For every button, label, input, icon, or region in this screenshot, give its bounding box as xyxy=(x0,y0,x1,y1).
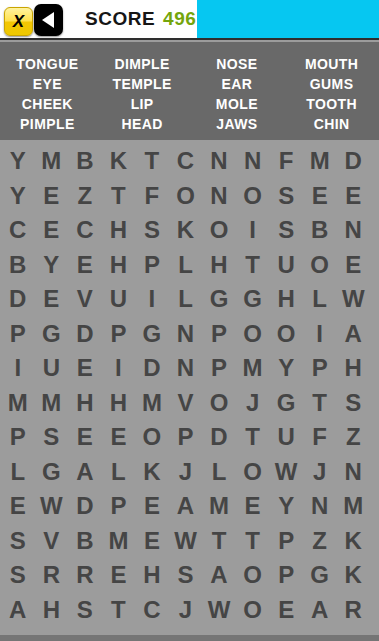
grid-cell-r9c10[interactable]: F xyxy=(303,420,337,455)
grid-cell-r4c2[interactable]: Y xyxy=(35,248,69,283)
grid-cell-r1c9[interactable]: F xyxy=(269,144,303,179)
grid-cell-r10c5[interactable]: K xyxy=(135,455,169,490)
grid-cell-r7c3[interactable]: E xyxy=(68,351,102,386)
grid-cell-r14c9[interactable]: E xyxy=(269,593,303,628)
grid-cell-r11c11[interactable]: M xyxy=(336,489,370,524)
grid-cell-r13c5[interactable]: H xyxy=(135,558,169,593)
grid-cell-r13c4[interactable]: E xyxy=(102,558,136,593)
grid-cell-r2c11[interactable]: E xyxy=(336,179,370,214)
word-cheek: CHEEK xyxy=(22,96,73,112)
grid-cell-r11c9[interactable]: Y xyxy=(269,489,303,524)
grid-cell-r9c6[interactable]: P xyxy=(169,420,203,455)
grid-cell-r14c3[interactable]: S xyxy=(68,593,102,628)
grid-cell-r2c1[interactable]: Y xyxy=(1,179,35,214)
grid-cell-r6c10[interactable]: I xyxy=(303,317,337,352)
grid-cell-r8c5[interactable]: M xyxy=(135,386,169,421)
grid-cell-r11c1[interactable]: E xyxy=(1,489,35,524)
grid-cell-r3c5[interactable]: S xyxy=(135,213,169,248)
grid-cell-r6c3[interactable]: D xyxy=(68,317,102,352)
grid-cell-r13c11[interactable]: K xyxy=(336,558,370,593)
grid-cell-r10c2[interactable]: G xyxy=(35,455,69,490)
grid-cell-r8c4[interactable]: H xyxy=(102,386,136,421)
word-mouth: MOUTH xyxy=(305,56,358,72)
word-ear: EAR xyxy=(221,76,252,92)
word-mole: MOLE xyxy=(216,96,258,112)
grid-cell-r9c2[interactable]: S xyxy=(35,420,69,455)
grid-cell-r14c1[interactable]: A xyxy=(1,593,35,628)
grid-cell-r9c3[interactable]: E xyxy=(68,420,102,455)
grid-cell-r7c6[interactable]: N xyxy=(169,351,203,386)
grid-cell-r7c1[interactable]: I xyxy=(1,351,35,386)
grid-cell-r7c10[interactable]: P xyxy=(303,351,337,386)
grid-cell-r5c10[interactable]: L xyxy=(303,282,337,317)
grid-cell-r6c1[interactable]: P xyxy=(1,317,35,352)
score: SCORE 496 xyxy=(85,0,196,38)
grid-cell-r9c7[interactable]: D xyxy=(202,420,236,455)
word-chin: CHIN xyxy=(314,116,350,132)
grid-cell-r12c11[interactable]: K xyxy=(336,524,370,559)
grid-cell-r6c5[interactable]: G xyxy=(135,317,169,352)
grid-cell-r4c8[interactable]: T xyxy=(236,248,270,283)
grid-cell-r1c1[interactable]: Y xyxy=(1,144,35,179)
grid-cell-r4c6[interactable]: L xyxy=(169,248,203,283)
grid-cell-r6c8[interactable]: O xyxy=(236,317,270,352)
grid-cell-r6c2[interactable]: G xyxy=(35,317,69,352)
grid-cell-r6c9[interactable]: O xyxy=(269,317,303,352)
grid-cell-r14c7[interactable]: W xyxy=(202,593,236,628)
grid-cell-r12c9[interactable]: P xyxy=(269,524,303,559)
grid-cell-r5c1[interactable]: D xyxy=(1,282,35,317)
grid-cell-r12c10[interactable]: Z xyxy=(303,524,337,559)
grid-cell-r12c1[interactable]: S xyxy=(1,524,35,559)
grid-cell-r2c2[interactable]: E xyxy=(35,179,69,214)
grid-cell-r4c3[interactable]: E xyxy=(68,248,102,283)
grid-cell-r13c1[interactable]: S xyxy=(1,558,35,593)
grid-cell-r8c2[interactable]: M xyxy=(35,386,69,421)
grid-cell-r3c1[interactable]: C xyxy=(1,213,35,248)
grid-cell-r3c9[interactable]: S xyxy=(269,213,303,248)
grid-cell-r13c6[interactable]: S xyxy=(169,558,203,593)
word-dimple: DIMPLE xyxy=(114,56,169,72)
grid-cell-r3c3[interactable]: C xyxy=(68,213,102,248)
grid-cell-r11c5[interactable]: E xyxy=(135,489,169,524)
grid-cell-r11c7[interactable]: M xyxy=(202,489,236,524)
grid-cell-r11c3[interactable]: D xyxy=(68,489,102,524)
word-gums: GUMS xyxy=(310,76,354,92)
word-tongue: TONGUE xyxy=(16,56,78,72)
grid-cell-r6c6[interactable]: N xyxy=(169,317,203,352)
grid-cell-r8c10[interactable]: T xyxy=(303,386,337,421)
grid-cell-r12c2[interactable]: V xyxy=(35,524,69,559)
grid-cell-r8c1[interactable]: M xyxy=(1,386,35,421)
grid-cell-r7c9[interactable]: Y xyxy=(269,351,303,386)
grid-cell-r2c4[interactable]: T xyxy=(102,179,136,214)
word-eye: EYE xyxy=(33,76,62,92)
grid-cell-r10c9[interactable]: W xyxy=(269,455,303,490)
grid-cell-r11c8[interactable]: E xyxy=(236,489,270,524)
grid-cell-r12c8[interactable]: T xyxy=(236,524,270,559)
grid-cell-r6c4[interactable]: P xyxy=(102,317,136,352)
grid-cell-r14c11[interactable]: R xyxy=(336,593,370,628)
grid-cell-r3c8[interactable]: I xyxy=(236,213,270,248)
score-label: SCORE xyxy=(85,8,155,30)
grid-cell-r6c7[interactable]: P xyxy=(202,317,236,352)
title-bar: X SCORE 496 xyxy=(0,0,379,40)
word-jaws: JAWS xyxy=(216,116,257,132)
grid-cell-r3c6[interactable]: K xyxy=(169,213,203,248)
grid-cell-r1c6[interactable]: C xyxy=(169,144,203,179)
word-temple: TEMPLE xyxy=(113,76,172,92)
grid-cell-r5c5[interactable]: I xyxy=(135,282,169,317)
grid-cell-r4c11[interactable]: E xyxy=(336,248,370,283)
grid-cell-r5c2[interactable]: E xyxy=(35,282,69,317)
grid-cell-r13c9[interactable]: P xyxy=(269,558,303,593)
grid-cell-r12c5[interactable]: E xyxy=(135,524,169,559)
grid-cell-r5c8[interactable]: G xyxy=(236,282,270,317)
grid-cell-r6c11[interactable]: A xyxy=(336,317,370,352)
grid-cell-r10c11[interactable]: N xyxy=(336,455,370,490)
grid-cell-r3c4[interactable]: H xyxy=(102,213,136,248)
grid-cell-r14c8[interactable]: O xyxy=(236,593,270,628)
score-value: 496 xyxy=(163,8,196,30)
grid-cell-r11c6[interactable]: A xyxy=(169,489,203,524)
grid-cell-r9c5[interactable]: O xyxy=(135,420,169,455)
grid-cell-r5c4[interactable]: U xyxy=(102,282,136,317)
grid-cell-r2c9[interactable]: S xyxy=(269,179,303,214)
grid-cell-r3c11[interactable]: N xyxy=(336,213,370,248)
grid-cell-r7c8[interactable]: M xyxy=(236,351,270,386)
sound-button[interactable] xyxy=(34,4,63,36)
word-nose: NOSE xyxy=(216,56,257,72)
word-list-panel: TONGUEDIMPLENOSEMOUTHEYETEMPLEEARGUMSCHE… xyxy=(0,42,379,140)
grid-cell-r13c8[interactable]: O xyxy=(236,558,270,593)
grid-cell-r4c9[interactable]: U xyxy=(269,248,303,283)
grid-cell-r14c2[interactable]: H xyxy=(35,593,69,628)
grid-cell-r7c7[interactable]: P xyxy=(202,351,236,386)
grid-cell-r9c8[interactable]: T xyxy=(236,420,270,455)
grid-cell-r5c3[interactable]: V xyxy=(68,282,102,317)
close-icon: X xyxy=(13,12,24,32)
grid-cell-r1c10[interactable]: M xyxy=(303,144,337,179)
grid-cell-r2c7[interactable]: N xyxy=(202,179,236,214)
grid-cell-r4c4[interactable]: H xyxy=(102,248,136,283)
grid-cell-r5c11[interactable]: W xyxy=(336,282,370,317)
grid-cell-r7c5[interactable]: D xyxy=(135,351,169,386)
grid-cell-r4c7[interactable]: H xyxy=(202,248,236,283)
grid-cell-r8c3[interactable]: H xyxy=(68,386,102,421)
grid-cell-r8c7[interactable]: O xyxy=(202,386,236,421)
grid-cell-r4c5[interactable]: P xyxy=(135,248,169,283)
grid-cell-r7c2[interactable]: U xyxy=(35,351,69,386)
grid-cell-r12c7[interactable]: T xyxy=(202,524,236,559)
grid-cell-r8c6[interactable]: V xyxy=(169,386,203,421)
grid-cell-r1c5[interactable]: T xyxy=(135,144,169,179)
grid-cell-r2c5[interactable]: F xyxy=(135,179,169,214)
grid-cell-r3c10[interactable]: B xyxy=(303,213,337,248)
grid-cell-r2c10[interactable]: E xyxy=(303,179,337,214)
grid-cell-r9c11[interactable]: Z xyxy=(336,420,370,455)
grid-cell-r5c6[interactable]: L xyxy=(169,282,203,317)
grid-cell-r10c10[interactable]: J xyxy=(303,455,337,490)
grid-cell-r5c7[interactable]: G xyxy=(202,282,236,317)
grid-cell-r8c11[interactable]: S xyxy=(336,386,370,421)
speaker-icon xyxy=(42,12,54,28)
grid-cell-r9c4[interactable]: E xyxy=(102,420,136,455)
word-search-app: X SCORE 496 TONGUEDIMPLENOSEMOUTHEYETEMP… xyxy=(0,0,379,641)
grid-cell-r13c3[interactable]: R xyxy=(68,558,102,593)
grid-cell-r4c1[interactable]: B xyxy=(1,248,35,283)
grid-cell-r8c8[interactable]: J xyxy=(236,386,270,421)
grid-cell-r10c4[interactable]: L xyxy=(102,455,136,490)
grid-cell-r10c1[interactable]: L xyxy=(1,455,35,490)
grid-cell-r2c3[interactable]: Z xyxy=(68,179,102,214)
grid-cell-r1c8[interactable]: N xyxy=(236,144,270,179)
grid-cell-r10c6[interactable]: J xyxy=(169,455,203,490)
grid-cell-r12c3[interactable]: B xyxy=(68,524,102,559)
grid-cell-r13c10[interactable]: G xyxy=(303,558,337,593)
grid-cell-r14c5[interactable]: C xyxy=(135,593,169,628)
grid-cell-r9c1[interactable]: P xyxy=(1,420,35,455)
grid-cell-r14c4[interactable]: T xyxy=(102,593,136,628)
grid-cell-r3c2[interactable]: E xyxy=(35,213,69,248)
grid-cell-r13c7[interactable]: A xyxy=(202,558,236,593)
grid-cell-r5c9[interactable]: H xyxy=(269,282,303,317)
grid-cell-r11c10[interactable]: N xyxy=(303,489,337,524)
grid-cell-r12c6[interactable]: W xyxy=(169,524,203,559)
grid-cell-r13c2[interactable]: R xyxy=(35,558,69,593)
letter-grid: YMBKTCNNFMDYEZTFONOSEECECHSKOISBNBYEHPLH… xyxy=(0,140,379,641)
word-tooth: TOOTH xyxy=(306,96,357,112)
bottom-strip xyxy=(0,635,379,641)
word-pimple: PIMPLE xyxy=(20,116,75,132)
close-button[interactable]: X xyxy=(4,7,33,36)
grid-cell-r1c2[interactable]: M xyxy=(35,144,69,179)
grid-cell-r14c6[interactable]: J xyxy=(169,593,203,628)
grid-cell-r1c3[interactable]: B xyxy=(68,144,102,179)
word-head: HEAD xyxy=(121,116,162,132)
word-lip: LIP xyxy=(131,96,154,112)
grid-cell-r11c4[interactable]: P xyxy=(102,489,136,524)
grid-cell-r10c7[interactable]: L xyxy=(202,455,236,490)
grid-cell-r12c4[interactable]: M xyxy=(102,524,136,559)
grid-cell-r14c10[interactable]: A xyxy=(303,593,337,628)
grid-cell-r8c9[interactable]: G xyxy=(269,386,303,421)
grid-cell-r3c7[interactable]: O xyxy=(202,213,236,248)
grid-cell-r4c10[interactable]: O xyxy=(303,248,337,283)
grid-cell-r10c8[interactable]: O xyxy=(236,455,270,490)
header-accent-block xyxy=(197,0,379,38)
grid-cell-r1c7[interactable]: N xyxy=(202,144,236,179)
grid-cell-r7c4[interactable]: I xyxy=(102,351,136,386)
grid-cell-r2c8[interactable]: O xyxy=(236,179,270,214)
grid-cell-r2c6[interactable]: O xyxy=(169,179,203,214)
grid-cell-r7c11[interactable]: H xyxy=(336,351,370,386)
grid-cell-r9c9[interactable]: U xyxy=(269,420,303,455)
grid-cell-r1c11[interactable]: D xyxy=(336,144,370,179)
grid-cell-r1c4[interactable]: K xyxy=(102,144,136,179)
grid-cell-r10c3[interactable]: A xyxy=(68,455,102,490)
grid-cell-r11c2[interactable]: W xyxy=(35,489,69,524)
